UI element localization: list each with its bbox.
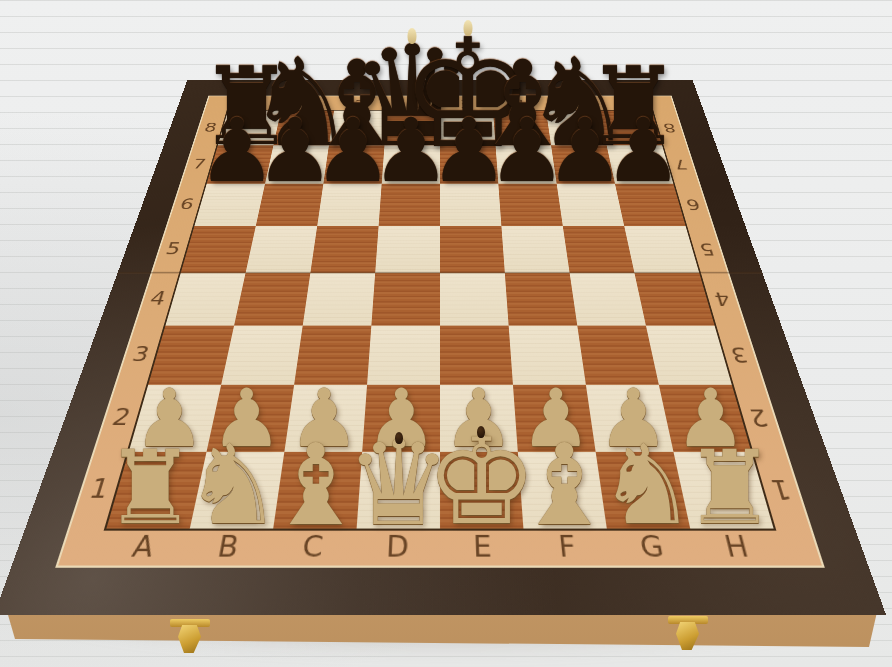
square-d5[interactable] xyxy=(375,226,440,273)
file-label-bottom-a: A xyxy=(117,529,170,566)
square-c4[interactable] xyxy=(303,273,375,326)
square-c1[interactable] xyxy=(273,452,362,529)
square-e6[interactable] xyxy=(440,184,501,226)
fold-seam xyxy=(117,272,762,274)
square-e4[interactable] xyxy=(440,273,509,326)
square-a8[interactable] xyxy=(218,111,281,146)
rank-label-left-8: 8 xyxy=(197,120,224,135)
file-label-bottom-d: D xyxy=(375,529,420,566)
square-f4[interactable] xyxy=(505,273,577,326)
file-label-top-e: E xyxy=(453,96,480,110)
square-g8[interactable] xyxy=(546,111,607,146)
file-label-top-g: G xyxy=(557,96,586,110)
rank-label-right-7: 7 xyxy=(667,156,695,173)
file-label-bottom-g: G xyxy=(627,529,677,566)
square-c6[interactable] xyxy=(317,184,381,226)
square-e3[interactable] xyxy=(440,326,513,385)
square-c5[interactable] xyxy=(310,226,378,273)
file-label-bottom-b: B xyxy=(203,529,253,566)
square-c3[interactable] xyxy=(294,326,371,385)
square-a6[interactable] xyxy=(194,184,265,226)
square-f6[interactable] xyxy=(498,184,562,226)
square-b8[interactable] xyxy=(273,111,334,146)
latch-clasp-icon xyxy=(178,625,201,653)
square-b3[interactable] xyxy=(221,326,303,385)
square-h6[interactable] xyxy=(615,184,686,226)
square-g4[interactable] xyxy=(570,273,646,326)
latch-clasp-icon xyxy=(676,622,699,650)
file-label-top-h: H xyxy=(609,96,640,110)
square-a5[interactable] xyxy=(181,226,256,273)
square-b5[interactable] xyxy=(246,226,318,273)
square-a4[interactable] xyxy=(165,273,245,326)
square-d4[interactable] xyxy=(371,273,440,326)
square-d1[interactable] xyxy=(357,452,440,529)
square-b2[interactable] xyxy=(207,385,295,452)
square-f7[interactable] xyxy=(496,145,557,183)
square-d2[interactable] xyxy=(362,385,440,452)
square-g7[interactable] xyxy=(551,145,615,183)
square-d7[interactable] xyxy=(382,145,440,183)
file-label-bottom-f: F xyxy=(544,529,591,566)
square-f3[interactable] xyxy=(509,326,586,385)
finial-icon xyxy=(408,28,417,44)
square-e5[interactable] xyxy=(440,226,505,273)
square-g3[interactable] xyxy=(577,326,659,385)
square-e2[interactable] xyxy=(440,385,518,452)
square-d8[interactable] xyxy=(384,111,440,146)
square-b1[interactable] xyxy=(190,452,285,529)
file-label-top-f: F xyxy=(505,96,533,110)
square-b4[interactable] xyxy=(234,273,310,326)
square-c7[interactable] xyxy=(323,145,384,183)
square-h8[interactable] xyxy=(599,111,662,146)
square-c2[interactable] xyxy=(284,385,367,452)
file-label-bottom-c: C xyxy=(289,529,336,566)
square-d6[interactable] xyxy=(379,184,440,226)
chess-board: AABBCCDDEEFFGGHH8877665544332211 xyxy=(0,80,886,615)
square-b6[interactable] xyxy=(256,184,324,226)
left-latch xyxy=(168,619,212,661)
photo-stage: AABBCCDDEEFFGGHH8877665544332211 ♜♞♝♛♚♝♞… xyxy=(0,0,892,667)
file-label-top-d: D xyxy=(400,96,427,110)
square-f5[interactable] xyxy=(501,226,569,273)
square-f2[interactable] xyxy=(513,385,596,452)
square-f1[interactable] xyxy=(518,452,607,529)
square-d3[interactable] xyxy=(367,326,440,385)
square-e1[interactable] xyxy=(440,452,523,529)
square-e8[interactable] xyxy=(440,111,496,146)
square-a7[interactable] xyxy=(207,145,274,183)
finial-icon xyxy=(463,20,472,36)
square-h7[interactable] xyxy=(607,145,674,183)
file-label-top-c: C xyxy=(347,96,375,110)
square-b7[interactable] xyxy=(265,145,329,183)
square-c8[interactable] xyxy=(329,111,387,146)
right-latch xyxy=(666,616,710,658)
square-g5[interactable] xyxy=(563,226,635,273)
square-e7[interactable] xyxy=(440,145,498,183)
rank-label-left-7: 7 xyxy=(185,156,213,173)
file-label-top-a: A xyxy=(241,96,272,110)
file-label-top-b: B xyxy=(294,96,323,110)
file-label-bottom-e: E xyxy=(460,529,505,566)
rank-label-right-8: 8 xyxy=(656,120,683,135)
square-f8[interactable] xyxy=(493,111,551,146)
square-g6[interactable] xyxy=(557,184,625,226)
